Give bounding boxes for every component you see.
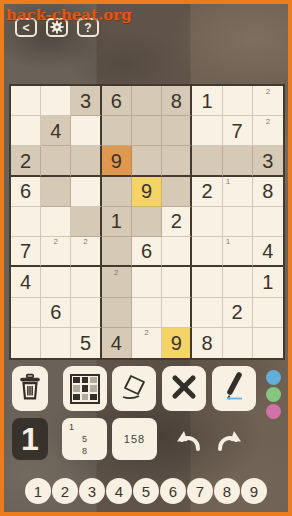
undo-button[interactable]	[174, 428, 204, 452]
app-screen: hack-cheat.org <	[0, 0, 292, 516]
cell-r5c3[interactable]	[71, 207, 101, 237]
cell-r7c2[interactable]	[41, 267, 71, 297]
cell-r6c3[interactable]: 2	[71, 237, 101, 267]
trash-icon	[17, 373, 43, 405]
cell-digit: 4	[50, 121, 61, 141]
center-pencil-label: 158	[124, 433, 145, 445]
cell-r4c6[interactable]	[162, 177, 192, 207]
number-button-6[interactable]: 6	[160, 478, 186, 504]
pencil-mark-2: 2	[81, 238, 90, 247]
center-pencil-mode-tile[interactable]: 158	[112, 418, 157, 460]
cell-digit: 4	[111, 333, 122, 353]
chess-pattern-button[interactable]	[63, 366, 107, 411]
cell-r2c7[interactable]	[192, 116, 222, 146]
digit-mode-tile[interactable]: 1	[12, 418, 48, 460]
cell-r5c1[interactable]	[11, 207, 41, 237]
cell-r7c9[interactable]: 1	[253, 267, 283, 297]
cell-r3c2[interactable]	[41, 146, 71, 176]
cell-r5c9[interactable]	[253, 207, 283, 237]
cell-r9c2[interactable]	[41, 328, 71, 358]
cell-r7c7[interactable]	[192, 267, 222, 297]
cell-r1c3[interactable]: 3	[71, 86, 101, 116]
cell-r3c6[interactable]	[162, 146, 192, 176]
cell-r4c4[interactable]	[102, 177, 132, 207]
cell-r2c6[interactable]	[162, 116, 192, 146]
pencil-mark-2: 2	[51, 238, 60, 247]
number-button-8[interactable]: 8	[214, 478, 240, 504]
redo-arrow-icon	[214, 438, 244, 455]
number-button-3[interactable]: 3	[79, 478, 105, 504]
number-button-2[interactable]: 2	[52, 478, 78, 504]
cell-r4c8[interactable]: 1	[223, 177, 253, 207]
cell-r3c1[interactable]: 2	[11, 146, 41, 176]
cell-r3c3[interactable]	[71, 146, 101, 176]
cell-r7c3[interactable]	[71, 267, 101, 297]
cell-r9c7[interactable]: 8	[192, 328, 222, 358]
color-dot-blue[interactable]	[266, 370, 281, 385]
corner-pencil-mode-tile[interactable]: 158	[62, 418, 107, 460]
cell-r4c2[interactable]	[41, 177, 71, 207]
pencil-mark-2: 2	[263, 87, 272, 96]
cell-r2c8[interactable]: 7	[223, 116, 253, 146]
pencil-grid: 2	[42, 238, 69, 264]
cell-r7c6[interactable]	[162, 267, 192, 297]
cross-button[interactable]	[162, 366, 206, 411]
cell-r1c4[interactable]: 6	[102, 86, 132, 116]
pencil-mark-1: 1	[224, 238, 233, 247]
cell-digit: 8	[171, 91, 182, 111]
corner-pencil-preview: 158	[65, 421, 104, 457]
cell-digit: 3	[80, 91, 91, 111]
cell-digit: 1	[111, 211, 122, 231]
cell-r3c9[interactable]: 3	[253, 146, 283, 176]
number-button-5[interactable]: 5	[133, 478, 159, 504]
eraser-icon	[119, 372, 149, 406]
pencil-grid: 2	[72, 238, 98, 264]
cell-digit: 1	[201, 91, 212, 111]
pencil-mark-2: 2	[112, 268, 121, 277]
pencil-grid: 2	[133, 329, 160, 357]
number-button-4[interactable]: 4	[106, 478, 132, 504]
grid-pattern-icon	[70, 374, 100, 404]
cell-r8c1[interactable]	[11, 298, 41, 328]
cell-r4c1[interactable]: 6	[11, 177, 41, 207]
cell-digit: 2	[201, 181, 212, 201]
cell-r9c1[interactable]	[11, 328, 41, 358]
pencil-grid: 2	[254, 117, 282, 144]
cell-r4c5[interactable]: 9	[132, 177, 162, 207]
cell-r1c7[interactable]: 1	[192, 86, 222, 116]
cell-r5c4[interactable]: 1	[102, 207, 132, 237]
cell-digit: 4	[262, 241, 273, 261]
cell-r5c7[interactable]	[192, 207, 222, 237]
cell-r1c5[interactable]	[132, 86, 162, 116]
cell-r3c4[interactable]: 9	[102, 146, 132, 176]
eraser-button[interactable]	[112, 366, 156, 411]
color-palette	[266, 370, 281, 419]
cell-r2c3[interactable]	[71, 116, 101, 146]
pen-button[interactable]	[212, 366, 256, 411]
cell-digit: 3	[262, 151, 273, 171]
number-button-1[interactable]: 1	[25, 478, 51, 504]
cross-icon	[170, 373, 198, 405]
cell-r2c1[interactable]	[11, 116, 41, 146]
cell-r8c3[interactable]	[71, 298, 101, 328]
pencil-grid: 1	[224, 238, 251, 264]
cell-digit: 6	[20, 181, 31, 201]
cell-r9c4[interactable]: 4	[102, 328, 132, 358]
cell-digit: 4	[20, 272, 31, 292]
clear-button[interactable]	[12, 366, 48, 411]
cell-r3c8[interactable]	[223, 146, 253, 176]
cell-r4c3[interactable]	[71, 177, 101, 207]
cell-r7c5[interactable]	[132, 267, 162, 297]
sudoku-board: 3681247229369218127226144216254298	[9, 84, 285, 360]
cell-r3c5[interactable]	[132, 146, 162, 176]
cell-digit: 1	[262, 272, 273, 292]
cell-r2c5[interactable]	[132, 116, 162, 146]
cell-r8c5[interactable]	[132, 298, 162, 328]
color-dot-green[interactable]	[266, 387, 281, 402]
cell-r4c7[interactable]: 2	[192, 177, 222, 207]
cell-r7c1[interactable]: 4	[11, 267, 41, 297]
pencil-icon	[220, 372, 248, 406]
pencil-grid: 1	[224, 178, 251, 205]
cell-r8c2[interactable]: 6	[41, 298, 71, 328]
cell-r2c4[interactable]	[102, 116, 132, 146]
number-button-9[interactable]: 9	[241, 478, 267, 504]
pencil-mark-1: 1	[224, 178, 233, 187]
cell-r6c2[interactable]: 2	[41, 237, 71, 267]
pencil-mark-8: 8	[78, 445, 91, 457]
cell-r8c6[interactable]	[162, 298, 192, 328]
cell-digit: 9	[171, 333, 182, 353]
number-row: 123456789	[4, 478, 288, 504]
cell-r2c9[interactable]: 2	[253, 116, 283, 146]
cell-r6c6[interactable]	[162, 237, 192, 267]
watermark: hack-cheat.org	[6, 6, 132, 24]
cell-r1c1[interactable]	[11, 86, 41, 116]
cell-digit: 9	[141, 181, 152, 201]
cell-r5c2[interactable]	[41, 207, 71, 237]
cell-digit: 2	[20, 151, 31, 171]
cell-digit: 6	[111, 91, 122, 111]
cell-r8c9[interactable]	[253, 298, 283, 328]
pencil-grid: 2	[103, 268, 130, 295]
cell-r1c2[interactable]	[41, 86, 71, 116]
cell-r6c1[interactable]: 7	[11, 237, 41, 267]
cell-r9c8[interactable]	[223, 328, 253, 358]
cell-r1c9[interactable]: 2	[253, 86, 283, 116]
cell-digit: 7	[232, 121, 243, 141]
cell-digit: 8	[262, 181, 273, 201]
cell-r7c8[interactable]	[223, 267, 253, 297]
undo-arrow-icon	[174, 438, 204, 455]
cell-r1c6[interactable]: 8	[162, 86, 192, 116]
cell-digit: 6	[141, 241, 152, 261]
toolbar	[12, 366, 256, 411]
cell-r6c4[interactable]	[102, 237, 132, 267]
pencil-mark-2: 2	[142, 329, 151, 338]
pencil-mark-2: 2	[263, 117, 272, 126]
cell-r7c4[interactable]: 2	[102, 267, 132, 297]
cell-digit: 2	[232, 302, 243, 322]
cell-digit: 5	[80, 333, 91, 353]
pencil-mark-5: 5	[78, 433, 91, 445]
cell-digit: 8	[201, 333, 212, 353]
cell-digit: 6	[50, 302, 61, 322]
cell-r6c8[interactable]: 1	[223, 237, 253, 267]
pencil-grid: 2	[254, 87, 282, 114]
cell-r9c3[interactable]: 5	[71, 328, 101, 358]
cell-r4c9[interactable]: 8	[253, 177, 283, 207]
cell-r8c4[interactable]	[102, 298, 132, 328]
cell-r5c5[interactable]	[132, 207, 162, 237]
cell-r1c8[interactable]	[223, 86, 253, 116]
cell-r8c7[interactable]	[192, 298, 222, 328]
cell-r6c5[interactable]: 6	[132, 237, 162, 267]
cell-r5c8[interactable]	[223, 207, 253, 237]
redo-button[interactable]	[214, 428, 244, 452]
number-button-7[interactable]: 7	[187, 478, 213, 504]
digit-mode-label: 1	[21, 421, 39, 458]
color-dot-pink[interactable]	[266, 404, 281, 419]
cell-r9c6[interactable]: 9	[162, 328, 192, 358]
cell-r9c9[interactable]	[253, 328, 283, 358]
cell-digit: 2	[171, 211, 182, 231]
cell-r5c6[interactable]: 2	[162, 207, 192, 237]
cell-r6c7[interactable]	[192, 237, 222, 267]
pencil-mark-1: 1	[65, 421, 78, 433]
cell-r6c9[interactable]: 4	[253, 237, 283, 267]
cell-r3c7[interactable]	[192, 146, 222, 176]
cell-r8c8[interactable]: 2	[223, 298, 253, 328]
cell-digit: 7	[20, 241, 31, 261]
cell-r9c5[interactable]: 2	[132, 328, 162, 358]
cell-r2c2[interactable]: 4	[41, 116, 71, 146]
cell-digit: 9	[111, 151, 122, 171]
